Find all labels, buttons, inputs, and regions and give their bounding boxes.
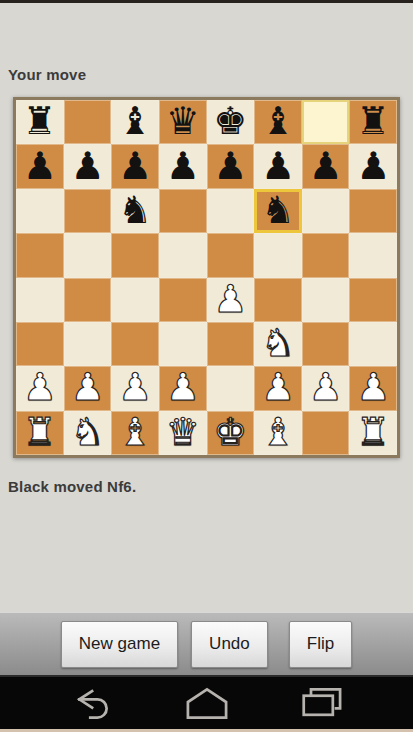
square-f4[interactable]	[254, 278, 302, 322]
square-c2[interactable]: ♟	[111, 366, 159, 410]
piece-white-bishop: ♝	[118, 413, 152, 451]
piece-black-pawn: ♟	[166, 147, 200, 185]
status-bar	[0, 0, 413, 3]
piece-black-bishop: ♝	[118, 102, 152, 140]
square-c5[interactable]	[111, 233, 159, 277]
piece-white-pawn: ♟	[356, 368, 390, 406]
square-f5[interactable]	[254, 233, 302, 277]
square-d8[interactable]: ♛	[159, 100, 207, 144]
square-c7[interactable]: ♟	[111, 144, 159, 188]
chess-app-screen: Your move ♜♝♛♚♝♜♟♟♟♟♟♟♟♟♞♞♟♞♟♟♟♟♟♟♟♜♞♝♛♚…	[0, 0, 413, 732]
piece-white-pawn: ♟	[213, 280, 247, 318]
square-d4[interactable]	[159, 278, 207, 322]
piece-black-queen: ♛	[166, 102, 200, 140]
square-b5[interactable]	[64, 233, 112, 277]
square-d3[interactable]	[159, 322, 207, 366]
piece-white-pawn: ♟	[118, 368, 152, 406]
square-g8[interactable]	[302, 100, 350, 144]
square-a7[interactable]: ♟	[16, 144, 64, 188]
piece-black-pawn: ♟	[309, 147, 343, 185]
square-f1[interactable]: ♝	[254, 411, 302, 455]
square-a8[interactable]: ♜	[16, 100, 64, 144]
piece-white-knight: ♞	[261, 324, 295, 362]
piece-black-pawn: ♟	[118, 147, 152, 185]
square-b6[interactable]	[64, 189, 112, 233]
square-g3[interactable]	[302, 322, 350, 366]
square-b1[interactable]: ♞	[64, 411, 112, 455]
square-c8[interactable]: ♝	[111, 100, 159, 144]
square-b3[interactable]	[64, 322, 112, 366]
android-nav-bar	[0, 675, 413, 729]
square-c3[interactable]	[111, 322, 159, 366]
square-b8[interactable]	[64, 100, 112, 144]
piece-white-bishop: ♝	[261, 413, 295, 451]
square-d5[interactable]	[159, 233, 207, 277]
piece-black-bishop: ♝	[261, 102, 295, 140]
square-f2[interactable]: ♟	[254, 366, 302, 410]
square-e1[interactable]: ♚	[207, 411, 255, 455]
square-f8[interactable]: ♝	[254, 100, 302, 144]
square-a3[interactable]	[16, 322, 64, 366]
square-e5[interactable]	[207, 233, 255, 277]
square-f3[interactable]: ♞	[254, 322, 302, 366]
flip-button[interactable]: Flip	[289, 621, 352, 668]
square-e7[interactable]: ♟	[207, 144, 255, 188]
square-h2[interactable]: ♟	[349, 366, 397, 410]
square-h1[interactable]: ♜	[349, 411, 397, 455]
piece-white-pawn: ♟	[70, 368, 104, 406]
back-icon[interactable]	[69, 683, 117, 723]
piece-white-queen: ♛	[166, 413, 200, 451]
piece-black-pawn: ♟	[356, 147, 390, 185]
home-icon[interactable]	[183, 683, 231, 723]
square-c1[interactable]: ♝	[111, 411, 159, 455]
piece-white-pawn: ♟	[261, 368, 295, 406]
undo-button[interactable]: Undo	[191, 621, 268, 668]
last-move-status-text: Black moved Nf6.	[8, 478, 136, 495]
piece-white-pawn: ♟	[23, 368, 57, 406]
square-g2[interactable]: ♟	[302, 366, 350, 410]
square-h4[interactable]	[349, 278, 397, 322]
square-c6[interactable]: ♞	[111, 189, 159, 233]
piece-white-king: ♚	[213, 413, 247, 451]
square-e4[interactable]: ♟	[207, 278, 255, 322]
square-g7[interactable]: ♟	[302, 144, 350, 188]
piece-white-rook: ♜	[356, 413, 390, 451]
square-h7[interactable]: ♟	[349, 144, 397, 188]
square-h8[interactable]: ♜	[349, 100, 397, 144]
square-g1[interactable]	[302, 411, 350, 455]
piece-black-pawn: ♟	[213, 147, 247, 185]
piece-black-knight: ♞	[118, 191, 152, 229]
chess-board: ♜♝♛♚♝♜♟♟♟♟♟♟♟♟♞♞♟♞♟♟♟♟♟♟♟♜♞♝♛♚♝♜	[13, 97, 400, 458]
piece-white-pawn: ♟	[309, 368, 343, 406]
piece-black-rook: ♜	[356, 102, 390, 140]
new-game-button[interactable]: New game	[61, 621, 178, 668]
square-c4[interactable]	[111, 278, 159, 322]
square-a4[interactable]	[16, 278, 64, 322]
piece-black-pawn: ♟	[23, 147, 57, 185]
square-f6[interactable]: ♞	[254, 189, 302, 233]
square-d2[interactable]: ♟	[159, 366, 207, 410]
square-g6[interactable]	[302, 189, 350, 233]
square-g4[interactable]	[302, 278, 350, 322]
square-h3[interactable]	[349, 322, 397, 366]
square-g5[interactable]	[302, 233, 350, 277]
square-e8[interactable]: ♚	[207, 100, 255, 144]
square-a5[interactable]	[16, 233, 64, 277]
piece-white-pawn: ♟	[166, 368, 200, 406]
square-d1[interactable]: ♛	[159, 411, 207, 455]
square-a2[interactable]: ♟	[16, 366, 64, 410]
square-e2[interactable]	[207, 366, 255, 410]
square-a6[interactable]	[16, 189, 64, 233]
piece-white-knight: ♞	[70, 413, 104, 451]
piece-black-pawn: ♟	[70, 147, 104, 185]
square-e3[interactable]	[207, 322, 255, 366]
square-d7[interactable]: ♟	[159, 144, 207, 188]
turn-status-text: Your move	[8, 66, 86, 83]
square-h6[interactable]	[349, 189, 397, 233]
button-bar: New game Undo Flip	[0, 612, 413, 675]
piece-black-rook: ♜	[23, 102, 57, 140]
square-a1[interactable]: ♜	[16, 411, 64, 455]
piece-white-rook: ♜	[23, 413, 57, 451]
square-h5[interactable]	[349, 233, 397, 277]
square-e6[interactable]	[207, 189, 255, 233]
recents-icon[interactable]	[297, 683, 345, 723]
square-b4[interactable]	[64, 278, 112, 322]
square-d6[interactable]	[159, 189, 207, 233]
piece-black-pawn: ♟	[261, 147, 295, 185]
piece-black-king: ♚	[213, 102, 247, 140]
square-f7[interactable]: ♟	[254, 144, 302, 188]
square-b2[interactable]: ♟	[64, 366, 112, 410]
piece-black-knight: ♞	[261, 191, 295, 229]
square-b7[interactable]: ♟	[64, 144, 112, 188]
